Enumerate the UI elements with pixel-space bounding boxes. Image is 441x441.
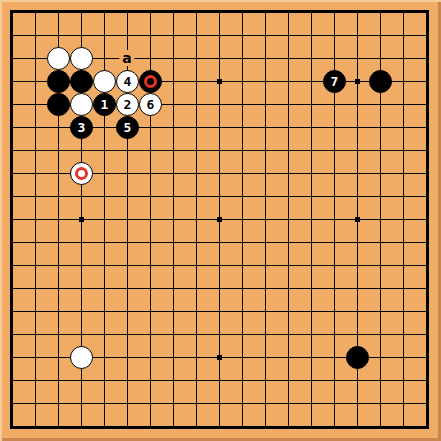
stone-white[interactable] — [70, 47, 93, 70]
stone-black-move-1[interactable]: 1 — [93, 93, 116, 116]
stone-white[interactable] — [70, 346, 93, 369]
stone-white[interactable] — [93, 70, 116, 93]
stone-white-move-4[interactable]: 4 — [116, 70, 139, 93]
stone-black-marked[interactable] — [139, 70, 162, 93]
star-point — [217, 217, 222, 222]
circle-mark-icon — [75, 167, 88, 180]
stone-black[interactable] — [369, 70, 392, 93]
stone-white[interactable] — [70, 93, 93, 116]
circle-mark-icon — [144, 75, 157, 88]
stone-black-move-5[interactable]: 5 — [116, 116, 139, 139]
star-point — [355, 79, 360, 84]
stone-white-marked[interactable] — [70, 162, 93, 185]
stone-white[interactable] — [47, 47, 70, 70]
stone-black-move-3[interactable]: 3 — [70, 116, 93, 139]
board-label-a[interactable]: a — [119, 50, 134, 66]
stone-white-move-6[interactable]: 6 — [139, 93, 162, 116]
move-number: 2 — [124, 98, 132, 111]
star-point — [79, 217, 84, 222]
move-number: 4 — [124, 75, 132, 88]
move-number: 6 — [147, 98, 155, 111]
stone-white-move-2[interactable]: 2 — [116, 93, 139, 116]
stone-black[interactable] — [47, 93, 70, 116]
star-point — [217, 355, 222, 360]
move-number: 1 — [101, 98, 109, 111]
stone-black[interactable] — [47, 70, 70, 93]
stone-black-move-7[interactable]: 7 — [323, 70, 346, 93]
star-point — [217, 79, 222, 84]
go-board: 7135426a — [0, 0, 441, 441]
move-number: 3 — [78, 121, 86, 134]
stone-black[interactable] — [70, 70, 93, 93]
stone-black[interactable] — [346, 346, 369, 369]
star-point — [355, 217, 360, 222]
move-number: 7 — [331, 75, 339, 88]
move-number: 5 — [124, 121, 132, 134]
